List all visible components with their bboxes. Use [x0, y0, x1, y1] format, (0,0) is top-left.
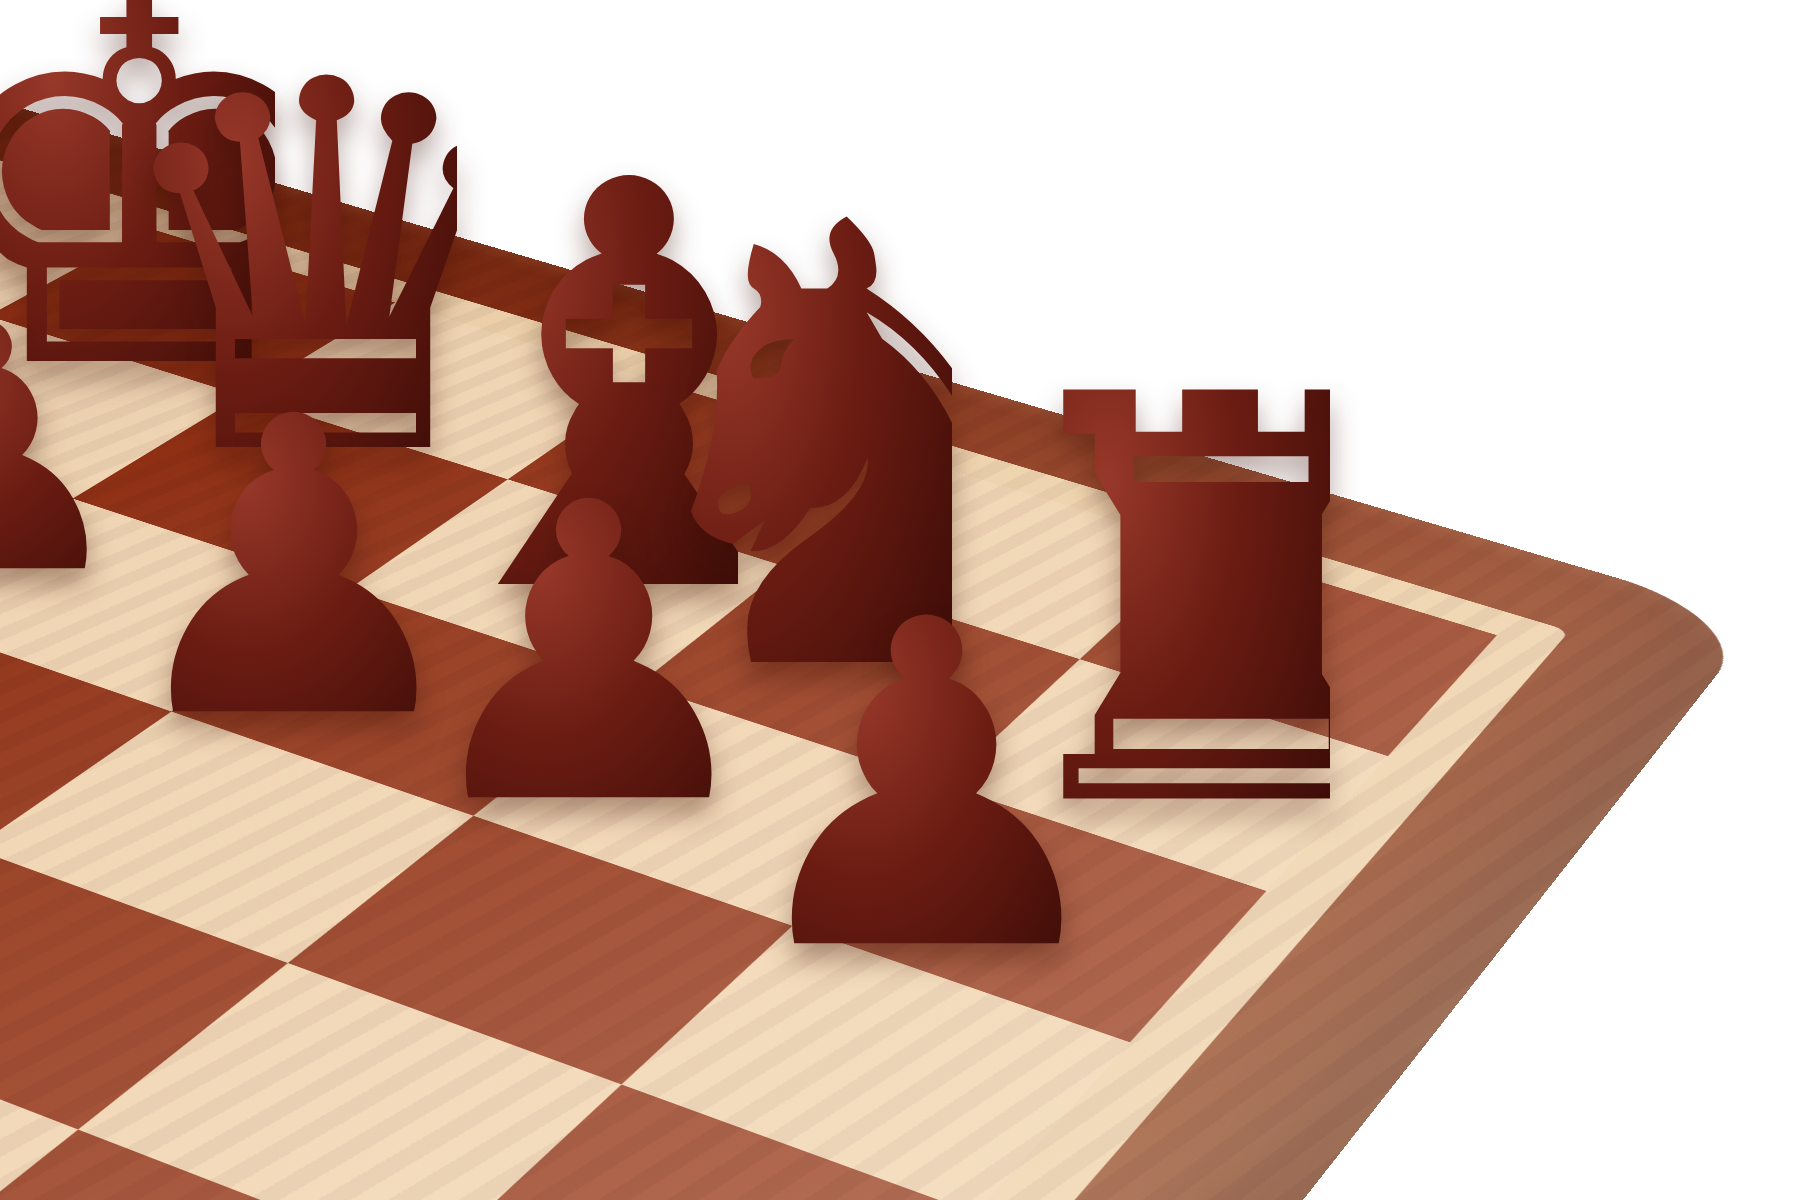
piece-black-pawn-g7[interactable]: ♟ — [405, 450, 765, 860]
piece-black-pawn-h7[interactable]: ♟ — [725, 562, 1085, 1012]
photo-stage: ♚♛♝♞♜♟♟♟♟ — [0, 0, 1800, 1200]
